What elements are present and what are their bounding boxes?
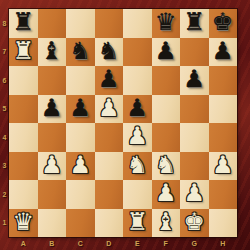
square-d3[interactable] [95,152,124,181]
chessboard-frame: ♜♛♜♚♜♝♞♞♟♟♟♟♟♟♟♟♟♟♟♞♞♟♟♟♛♜♝♚ 87654321 AB… [0,0,250,250]
square-b5[interactable]: ♟ [38,95,67,124]
rank-label-7: 7 [0,38,9,67]
piece-white-pawn[interactable]: ♟ [41,153,63,177]
square-e3[interactable]: ♞ [123,152,152,181]
square-g2[interactable]: ♟ [180,180,209,209]
piece-black-pawn[interactable]: ♟ [155,39,177,63]
piece-black-bishop[interactable]: ♝ [41,39,63,63]
file-label-e: E [123,237,152,250]
square-c4[interactable] [66,123,95,152]
piece-black-pawn[interactable]: ♟ [126,96,148,120]
square-c7[interactable]: ♞ [66,38,95,67]
rank-label-6: 6 [0,66,9,95]
square-e1[interactable]: ♜ [123,209,152,238]
square-d4[interactable] [95,123,124,152]
piece-white-pawn[interactable]: ♟ [212,153,234,177]
square-e8[interactable] [123,9,152,38]
piece-black-rook[interactable]: ♜ [183,10,205,34]
square-g3[interactable] [180,152,209,181]
square-b2[interactable] [38,180,67,209]
square-d8[interactable] [95,9,124,38]
piece-white-pawn[interactable]: ♟ [155,181,177,205]
piece-black-pawn[interactable]: ♟ [98,67,120,91]
piece-white-pawn[interactable]: ♟ [126,124,148,148]
square-f8[interactable]: ♛ [152,9,181,38]
file-label-a: A [9,237,38,250]
square-h1[interactable] [209,209,238,238]
file-label-h: H [209,237,238,250]
piece-black-pawn[interactable]: ♟ [183,67,205,91]
file-label-c: C [66,237,95,250]
square-b3[interactable]: ♟ [38,152,67,181]
square-h3[interactable]: ♟ [209,152,238,181]
piece-white-queen[interactable]: ♛ [12,210,34,234]
piece-black-knight[interactable]: ♞ [98,39,120,63]
piece-black-queen[interactable]: ♛ [155,10,177,34]
square-f3[interactable]: ♞ [152,152,181,181]
piece-white-rook[interactable]: ♜ [126,210,148,234]
piece-black-king[interactable]: ♚ [212,10,234,34]
square-c8[interactable] [66,9,95,38]
chess-board: ♜♛♜♚♜♝♞♞♟♟♟♟♟♟♟♟♟♟♟♞♞♟♟♟♛♜♝♚ [9,9,237,237]
file-label-b: B [38,237,67,250]
square-c6[interactable] [66,66,95,95]
square-h4[interactable] [209,123,238,152]
square-c5[interactable]: ♟ [66,95,95,124]
rank-label-3: 3 [0,152,9,181]
piece-white-knight[interactable]: ♞ [126,153,148,177]
square-a7[interactable]: ♜ [9,38,38,67]
square-b1[interactable] [38,209,67,238]
square-c1[interactable] [66,209,95,238]
square-e5[interactable]: ♟ [123,95,152,124]
square-g5[interactable] [180,95,209,124]
square-b6[interactable] [38,66,67,95]
rank-label-8: 8 [0,9,9,38]
square-g7[interactable] [180,38,209,67]
square-g1[interactable]: ♚ [180,209,209,238]
square-e2[interactable] [123,180,152,209]
square-a6[interactable] [9,66,38,95]
square-a2[interactable] [9,180,38,209]
rank-label-2: 2 [0,180,9,209]
file-label-g: G [180,237,209,250]
square-b8[interactable] [38,9,67,38]
square-f1[interactable]: ♝ [152,209,181,238]
square-g8[interactable]: ♜ [180,9,209,38]
square-c2[interactable] [66,180,95,209]
rank-label-4: 4 [0,123,9,152]
square-h6[interactable] [209,66,238,95]
square-b7[interactable]: ♝ [38,38,67,67]
square-f6[interactable] [152,66,181,95]
square-d6[interactable]: ♟ [95,66,124,95]
piece-black-pawn[interactable]: ♟ [41,96,63,120]
square-a1[interactable]: ♛ [9,209,38,238]
square-g4[interactable] [180,123,209,152]
piece-black-pawn[interactable]: ♟ [69,96,91,120]
piece-black-pawn[interactable]: ♟ [212,39,234,63]
piece-black-knight[interactable]: ♞ [69,39,91,63]
square-h5[interactable] [209,95,238,124]
square-h8[interactable]: ♚ [209,9,238,38]
square-e4[interactable]: ♟ [123,123,152,152]
square-d2[interactable] [95,180,124,209]
piece-white-knight[interactable]: ♞ [155,153,177,177]
square-b4[interactable] [38,123,67,152]
piece-white-rook[interactable]: ♜ [12,39,34,63]
square-e6[interactable] [123,66,152,95]
square-d5[interactable]: ♟ [95,95,124,124]
rank-labels: 87654321 [0,9,9,237]
file-label-f: F [152,237,181,250]
file-labels: ABCDEFGH [9,237,237,250]
square-h2[interactable] [209,180,238,209]
square-g6[interactable]: ♟ [180,66,209,95]
square-c3[interactable]: ♟ [66,152,95,181]
square-d1[interactable] [95,209,124,238]
square-f4[interactable] [152,123,181,152]
rank-label-1: 1 [0,209,9,238]
piece-black-rook[interactable]: ♜ [12,10,34,34]
square-a3[interactable] [9,152,38,181]
piece-white-pawn[interactable]: ♟ [69,153,91,177]
square-h7[interactable]: ♟ [209,38,238,67]
rank-label-5: 5 [0,95,9,124]
piece-white-king[interactable]: ♚ [183,210,205,234]
file-label-d: D [95,237,124,250]
square-a4[interactable] [9,123,38,152]
square-f5[interactable] [152,95,181,124]
square-a5[interactable] [9,95,38,124]
square-f7[interactable]: ♟ [152,38,181,67]
piece-white-pawn[interactable]: ♟ [183,181,205,205]
square-e7[interactable] [123,38,152,67]
piece-white-pawn[interactable]: ♟ [98,96,120,120]
piece-white-bishop[interactable]: ♝ [155,210,177,234]
square-f2[interactable]: ♟ [152,180,181,209]
square-d7[interactable]: ♞ [95,38,124,67]
square-a8[interactable]: ♜ [9,9,38,38]
